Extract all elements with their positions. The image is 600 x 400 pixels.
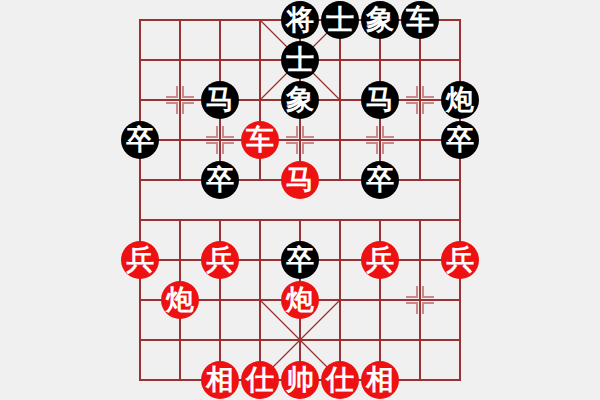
- piece-red-soldier[interactable]: 兵: [441, 241, 479, 279]
- point-marker: [406, 86, 434, 114]
- piece-red-advisor[interactable]: 仕: [241, 361, 279, 399]
- piece-red-cannon[interactable]: 炮: [161, 281, 199, 319]
- piece-red-general[interactable]: 帅: [281, 361, 319, 399]
- piece-black-advisor[interactable]: 士: [281, 41, 319, 79]
- piece-black-advisor[interactable]: 士: [321, 1, 359, 39]
- point-marker: [206, 126, 234, 154]
- piece-red-cannon[interactable]: 炮: [281, 281, 319, 319]
- piece-red-soldier[interactable]: 兵: [361, 241, 399, 279]
- piece-black-chariot[interactable]: 车: [401, 1, 439, 39]
- piece-red-soldier[interactable]: 兵: [201, 241, 239, 279]
- piece-black-general[interactable]: 将: [281, 1, 319, 39]
- piece-black-horse[interactable]: 马: [361, 81, 399, 119]
- piece-black-elephant[interactable]: 象: [361, 1, 399, 39]
- piece-black-elephant[interactable]: 象: [281, 81, 319, 119]
- piece-red-soldier[interactable]: 兵: [121, 241, 159, 279]
- point-marker: [286, 126, 314, 154]
- piece-red-advisor[interactable]: 仕: [321, 361, 359, 399]
- piece-red-chariot[interactable]: 车: [241, 121, 279, 159]
- piece-black-horse[interactable]: 马: [201, 81, 239, 119]
- piece-black-soldier[interactable]: 卒: [441, 121, 479, 159]
- piece-black-soldier[interactable]: 卒: [121, 121, 159, 159]
- point-marker: [366, 126, 394, 154]
- point-marker: [166, 86, 194, 114]
- piece-red-horse[interactable]: 马: [281, 161, 319, 199]
- point-marker: [406, 286, 434, 314]
- piece-red-elephant[interactable]: 相: [361, 361, 399, 399]
- piece-black-soldier[interactable]: 卒: [361, 161, 399, 199]
- piece-red-elephant[interactable]: 相: [201, 361, 239, 399]
- piece-black-cannon[interactable]: 炮: [441, 81, 479, 119]
- piece-black-soldier[interactable]: 卒: [281, 241, 319, 279]
- piece-black-soldier[interactable]: 卒: [201, 161, 239, 199]
- xiangqi-board[interactable]: 将士士象象车马马炮卒卒卒卒卒车马兵兵兵兵炮炮相相仕仕帅: [0, 0, 600, 400]
